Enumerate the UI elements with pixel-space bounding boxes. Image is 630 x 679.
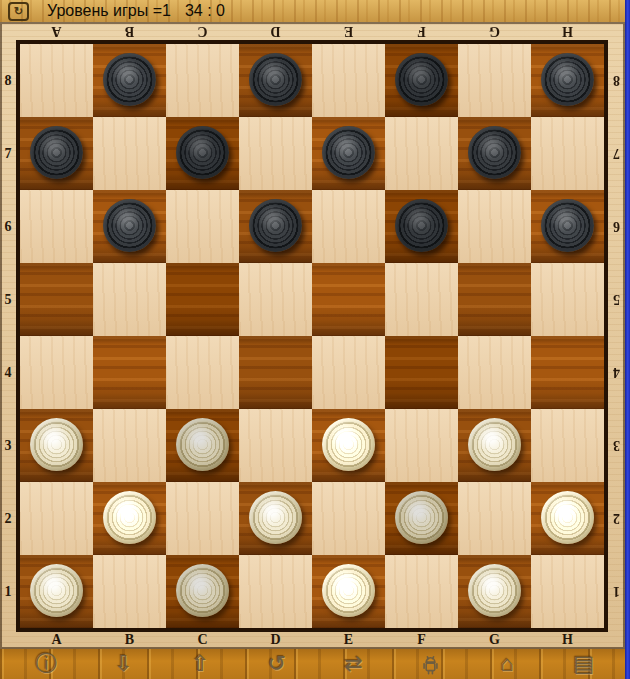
- file-labels-bottom: ABCDEFGH: [20, 631, 604, 649]
- square-a5[interactable]: [20, 263, 93, 336]
- coord-label-f: F: [385, 631, 458, 649]
- score-label: 34 : 0: [185, 0, 225, 22]
- rotate-icon[interactable]: ↻: [8, 2, 29, 21]
- white-man-c3[interactable]: [176, 418, 229, 471]
- game-level-label: Уровень игры =1: [47, 0, 171, 22]
- square-c7[interactable]: [166, 117, 239, 190]
- square-d8[interactable]: [239, 44, 312, 117]
- black-man-b8[interactable]: [103, 53, 156, 106]
- square-f6[interactable]: [385, 190, 458, 263]
- coord-label-8: 8: [608, 44, 625, 117]
- square-a4[interactable]: [20, 336, 93, 409]
- white-man-a1[interactable]: [30, 564, 83, 617]
- square-c6[interactable]: [166, 190, 239, 263]
- undo-icon[interactable]: ↺: [264, 651, 290, 677]
- square-g8[interactable]: [458, 44, 531, 117]
- square-f1[interactable]: [385, 555, 458, 628]
- coord-label-h: H: [531, 631, 604, 649]
- square-h3[interactable]: [531, 409, 604, 482]
- square-c1[interactable]: [166, 555, 239, 628]
- coord-label-5: 5: [0, 263, 16, 336]
- square-d6[interactable]: [239, 190, 312, 263]
- square-g3[interactable]: [458, 409, 531, 482]
- square-b5[interactable]: [93, 263, 166, 336]
- square-e1[interactable]: [312, 555, 385, 628]
- black-man-b6[interactable]: [103, 199, 156, 252]
- coord-label-2: 2: [0, 482, 16, 555]
- white-man-d2[interactable]: [249, 491, 302, 544]
- android-icon[interactable]: [417, 651, 443, 677]
- square-f8[interactable]: [385, 44, 458, 117]
- move-up-icon[interactable]: ⇧: [187, 651, 213, 677]
- coord-label-7: 7: [0, 117, 16, 190]
- white-man-a3[interactable]: [30, 418, 83, 471]
- bottom-toolbar: ⓘ⇩⇧↺⇄⌂▤: [0, 649, 630, 679]
- swap-moves-icon[interactable]: ⇄: [340, 651, 366, 677]
- coord-label-1: 1: [0, 555, 16, 628]
- square-f2[interactable]: [385, 482, 458, 555]
- black-man-c7[interactable]: [176, 126, 229, 179]
- square-h7[interactable]: [531, 117, 604, 190]
- white-man-g1[interactable]: [468, 564, 521, 617]
- white-man-f2[interactable]: [395, 491, 448, 544]
- coord-label-a: A: [20, 22, 93, 40]
- move-down-icon[interactable]: ⇩: [110, 651, 136, 677]
- black-man-d6[interactable]: [249, 199, 302, 252]
- file-labels-top: ABCDEFGH: [20, 22, 604, 40]
- coord-label-1: 1: [608, 555, 625, 628]
- square-c8[interactable]: [166, 44, 239, 117]
- white-man-e3[interactable]: [322, 418, 375, 471]
- coord-label-c: C: [166, 22, 239, 40]
- coord-label-c: C: [166, 631, 239, 649]
- square-e5[interactable]: [312, 263, 385, 336]
- black-man-h6[interactable]: [541, 199, 594, 252]
- square-e6[interactable]: [312, 190, 385, 263]
- square-d2[interactable]: [239, 482, 312, 555]
- white-man-h2[interactable]: [541, 491, 594, 544]
- white-man-b2[interactable]: [103, 491, 156, 544]
- white-man-g3[interactable]: [468, 418, 521, 471]
- coord-label-2: 2: [608, 482, 625, 555]
- home-icon[interactable]: ⌂: [494, 651, 520, 677]
- black-man-h8[interactable]: [541, 53, 594, 106]
- square-f7[interactable]: [385, 117, 458, 190]
- square-b6[interactable]: [93, 190, 166, 263]
- square-c4[interactable]: [166, 336, 239, 409]
- square-a3[interactable]: [20, 409, 93, 482]
- square-h5[interactable]: [531, 263, 604, 336]
- square-b4[interactable]: [93, 336, 166, 409]
- coord-label-5: 5: [608, 263, 625, 336]
- coord-label-3: 3: [608, 409, 625, 482]
- black-man-d8[interactable]: [249, 53, 302, 106]
- square-a6[interactable]: [20, 190, 93, 263]
- square-f3[interactable]: [385, 409, 458, 482]
- title-bar: ↻ Уровень игры =1 34 : 0: [0, 0, 630, 23]
- square-g1[interactable]: [458, 555, 531, 628]
- square-e2[interactable]: [312, 482, 385, 555]
- square-c5[interactable]: [166, 263, 239, 336]
- coord-label-e: E: [312, 22, 385, 40]
- coord-label-6: 6: [0, 190, 16, 263]
- square-f4[interactable]: [385, 336, 458, 409]
- rank-labels-left: 87654321: [0, 44, 16, 628]
- square-b8[interactable]: [93, 44, 166, 117]
- coord-label-b: B: [93, 631, 166, 649]
- black-man-a7[interactable]: [30, 126, 83, 179]
- square-b1[interactable]: [93, 555, 166, 628]
- coord-label-b: B: [93, 22, 166, 40]
- square-c3[interactable]: [166, 409, 239, 482]
- coord-label-d: D: [239, 22, 312, 40]
- white-man-c1[interactable]: [176, 564, 229, 617]
- coord-label-a: A: [20, 631, 93, 649]
- square-a7[interactable]: [20, 117, 93, 190]
- square-a2[interactable]: [20, 482, 93, 555]
- square-e7[interactable]: [312, 117, 385, 190]
- coord-label-f: F: [385, 22, 458, 40]
- checkers-board: ABCDEFGH ABCDEFGH 87654321 87654321: [0, 22, 625, 649]
- coord-label-d: D: [239, 631, 312, 649]
- square-g4[interactable]: [458, 336, 531, 409]
- coord-label-8: 8: [0, 44, 16, 117]
- square-d4[interactable]: [239, 336, 312, 409]
- square-e3[interactable]: [312, 409, 385, 482]
- square-c2[interactable]: [166, 482, 239, 555]
- coord-label-g: G: [458, 631, 531, 649]
- square-a1[interactable]: [20, 555, 93, 628]
- square-g6[interactable]: [458, 190, 531, 263]
- black-man-f6[interactable]: [395, 199, 448, 252]
- coord-label-7: 7: [608, 117, 625, 190]
- coord-label-g: G: [458, 22, 531, 40]
- black-man-e7[interactable]: [322, 126, 375, 179]
- white-man-e1[interactable]: [322, 564, 375, 617]
- coord-label-4: 4: [0, 336, 16, 409]
- square-e4[interactable]: [312, 336, 385, 409]
- square-f5[interactable]: [385, 263, 458, 336]
- square-g2[interactable]: [458, 482, 531, 555]
- square-h1[interactable]: [531, 555, 604, 628]
- black-man-f8[interactable]: [395, 53, 448, 106]
- checkers-app-window: ↻ Уровень игры =1 34 : 0 ABCDEFGH ABCDEF…: [0, 0, 630, 679]
- square-b2[interactable]: [93, 482, 166, 555]
- square-b3[interactable]: [93, 409, 166, 482]
- square-h6[interactable]: [531, 190, 604, 263]
- square-h8[interactable]: [531, 44, 604, 117]
- board-frame: [16, 40, 608, 632]
- square-e8[interactable]: [312, 44, 385, 117]
- square-a8[interactable]: [20, 44, 93, 117]
- board-squares: [20, 44, 604, 628]
- blue-edge-strip: [625, 0, 630, 679]
- square-h2[interactable]: [531, 482, 604, 555]
- coord-label-6: 6: [608, 190, 625, 263]
- coord-label-3: 3: [0, 409, 16, 482]
- square-b7[interactable]: [93, 117, 166, 190]
- square-d5[interactable]: [239, 263, 312, 336]
- square-d7[interactable]: [239, 117, 312, 190]
- coord-label-4: 4: [608, 336, 625, 409]
- coord-label-e: E: [312, 631, 385, 649]
- info-icon[interactable]: ⓘ: [33, 651, 59, 677]
- square-d1[interactable]: [239, 555, 312, 628]
- square-d3[interactable]: [239, 409, 312, 482]
- square-g7[interactable]: [458, 117, 531, 190]
- black-man-g7[interactable]: [468, 126, 521, 179]
- square-g5[interactable]: [458, 263, 531, 336]
- coord-label-h: H: [531, 22, 604, 40]
- moves-list-icon[interactable]: ▤: [571, 651, 597, 677]
- rank-labels-right: 87654321: [608, 44, 625, 628]
- square-h4[interactable]: [531, 336, 604, 409]
